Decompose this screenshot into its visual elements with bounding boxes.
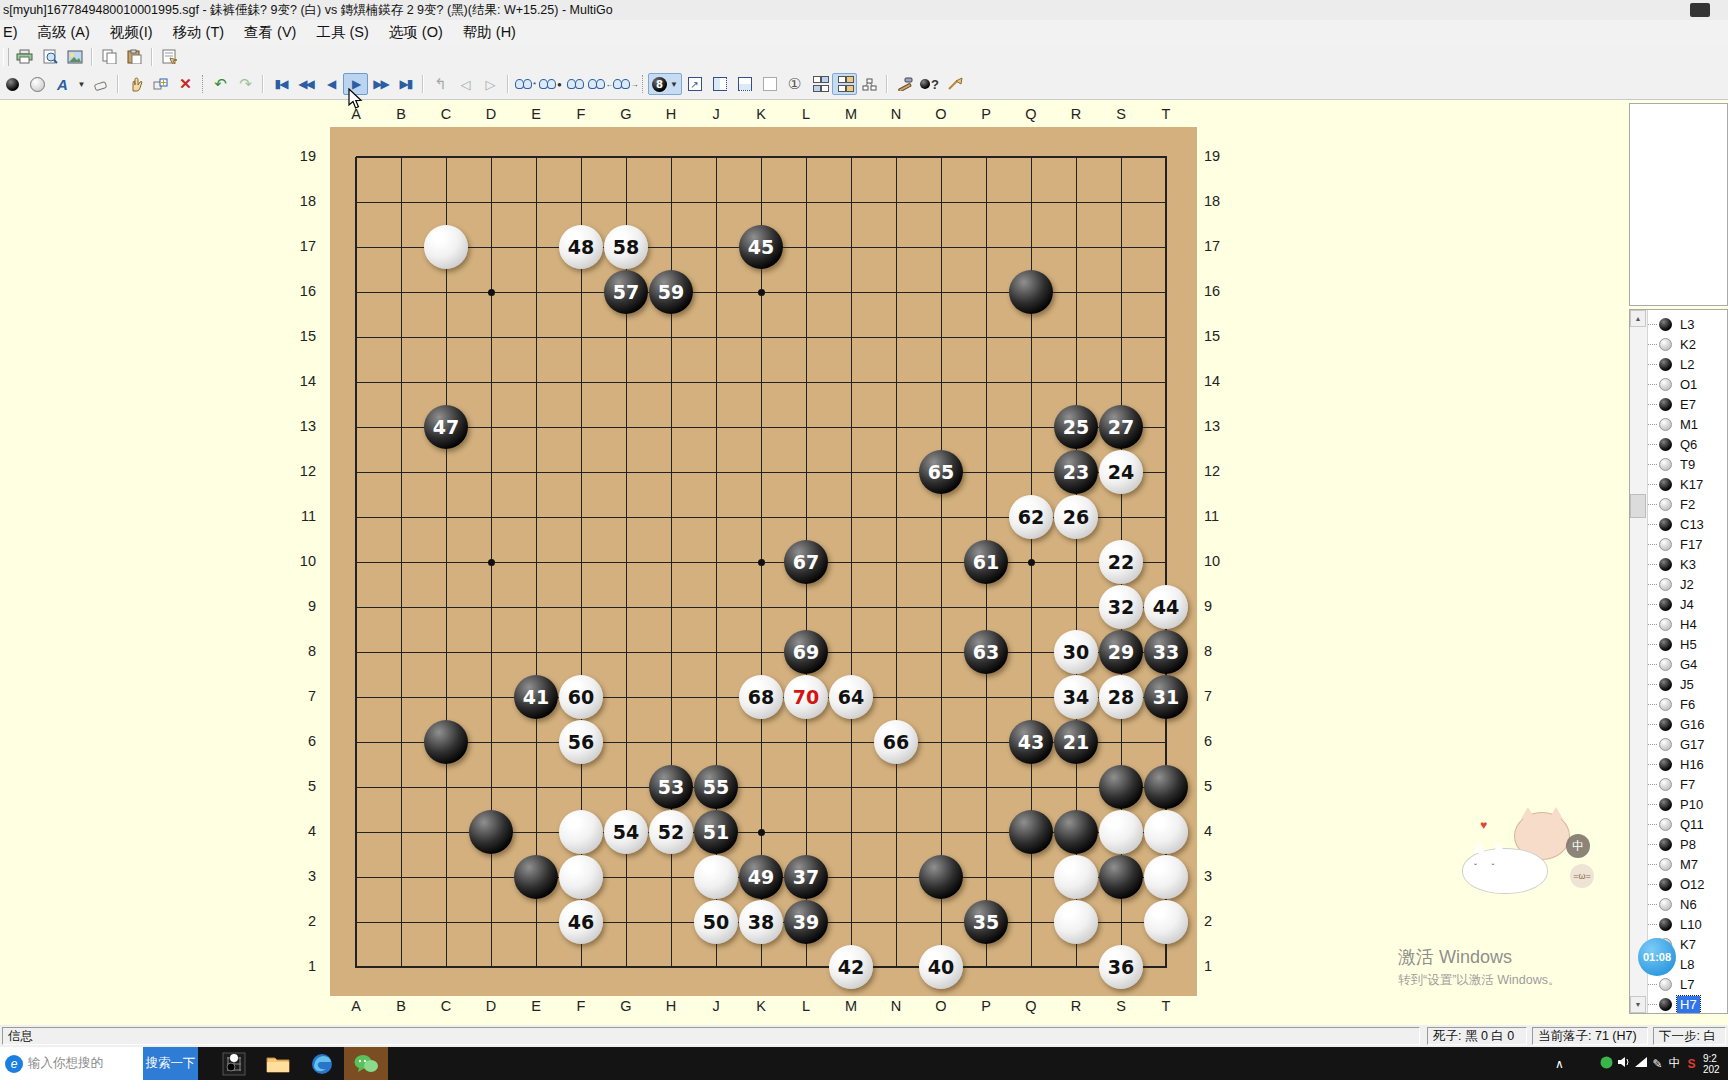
stone-black-K3[interactable]: 49 <box>739 855 783 899</box>
move-list-item-43[interactable]: Q6 <box>1648 434 1728 454</box>
coord-label: D <box>479 998 503 1014</box>
jump-to-move-icon[interactable]: ↗ <box>682 73 707 95</box>
black-stone-icon <box>1659 638 1672 651</box>
fast-rewind-icon[interactable]: ◀◀ <box>293 73 318 95</box>
go-board-grid[interactable]: 4858455759472527652324622667612232446963… <box>356 157 1167 968</box>
window-controls-partial[interactable] <box>1690 3 1710 17</box>
move-coord-label: O1 <box>1677 376 1700 393</box>
export-image-icon[interactable] <box>62 46 87 68</box>
move-list-item-61[interactable]: P10 <box>1648 794 1728 814</box>
activate-windows-watermark: 激活 Windows <box>1398 945 1512 969</box>
copy-icon[interactable] <box>97 46 122 68</box>
coord-label: 9 <box>1204 598 1232 614</box>
stone-white-R11[interactable]: 26 <box>1054 495 1098 539</box>
move-list-item-51[interactable]: J4 <box>1648 594 1728 614</box>
stone-black-Q16[interactable] <box>1009 270 1053 314</box>
find-marker-icon[interactable]: ● <box>538 73 563 95</box>
move-number-8-toggle[interactable]: 8▼ <box>648 73 682 95</box>
coord-label: 6 <box>288 733 316 749</box>
scroll-up-icon[interactable]: ▲ <box>1630 310 1646 327</box>
move-coord-label: H4 <box>1677 616 1700 633</box>
move-list-item-57[interactable]: G16 <box>1648 714 1728 734</box>
coord-label: B <box>389 998 413 1014</box>
coord-label: 16 <box>288 283 316 299</box>
black-stone-icon <box>1659 718 1672 731</box>
tree-connector <box>1648 704 1657 705</box>
menu-item-7[interactable]: 帮助 (H) <box>453 20 526 44</box>
stone-white-R7[interactable]: 34 <box>1054 675 1098 719</box>
coord-label: 3 <box>1204 868 1232 884</box>
eraser-icon[interactable] <box>88 73 113 95</box>
stone-black-O12[interactable]: 65 <box>919 450 963 494</box>
stone-white-S7[interactable]: 28 <box>1099 675 1143 719</box>
tree-connector <box>1648 844 1657 845</box>
stone-black-H16[interactable]: 59 <box>649 270 693 314</box>
coord-label: O <box>929 998 953 1014</box>
stone-white-G17[interactable]: 58 <box>604 225 648 269</box>
stone-white-T9[interactable]: 44 <box>1144 585 1188 629</box>
move-list-item-65[interactable]: O12 <box>1648 874 1728 894</box>
black-stone-icon <box>1659 798 1672 811</box>
half-board-horizontal-icon[interactable] <box>732 73 757 95</box>
tree-connector <box>1648 464 1657 465</box>
stone-black-D4[interactable] <box>469 810 513 854</box>
taskbar-explorer-icon[interactable] <box>256 1047 300 1080</box>
move-coord-label: J2 <box>1677 576 1697 593</box>
move-list-item-55[interactable]: J5 <box>1648 674 1728 694</box>
move-list-item-40[interactable]: O1 <box>1648 374 1728 394</box>
move-coord-label: H7 <box>1677 996 1700 1013</box>
move-list-item-48[interactable]: F17 <box>1648 534 1728 554</box>
stone-black-O3[interactable] <box>919 855 963 899</box>
white-stone-icon <box>1659 498 1672 511</box>
stone-black-R13[interactable]: 25 <box>1054 405 1098 449</box>
move-list-item-62[interactable]: Q11 <box>1648 814 1728 834</box>
move-list-item-39[interactable]: L2 <box>1648 354 1728 374</box>
white-stone-icon <box>1659 978 1672 991</box>
number-1-display-icon[interactable]: ① <box>782 73 807 95</box>
stone-white-K7[interactable]: 68 <box>739 675 783 719</box>
move-list-item-46[interactable]: F2 <box>1648 494 1728 514</box>
move-list-item-38[interactable]: K2 <box>1648 334 1728 354</box>
coord-label: 15 <box>1204 328 1232 344</box>
goto-last-icon[interactable]: ▶▮ <box>393 73 418 95</box>
menu-item-3[interactable]: 移动 (T) <box>163 20 235 44</box>
coord-label: J <box>704 106 728 122</box>
stone-black-J4[interactable]: 51 <box>694 810 738 854</box>
coord-label: 18 <box>288 193 316 209</box>
move-list-item-45[interactable]: K17 <box>1648 474 1728 494</box>
move-coord-label: H16 <box>1677 756 1707 773</box>
move-coord-label: C13 <box>1677 516 1707 533</box>
stone-black-H5[interactable]: 53 <box>649 765 693 809</box>
tree-connector <box>1648 344 1657 345</box>
tree-connector <box>1648 804 1657 805</box>
properties-icon[interactable] <box>157 46 182 68</box>
move-list-item-58[interactable]: G17 <box>1648 734 1728 754</box>
move-coord-label: E7 <box>1677 396 1699 413</box>
move-list-scrollbar[interactable]: ▲ ▼ <box>1630 310 1648 1013</box>
taskbar-search-input[interactable]: e 输入你想搜的 <box>0 1047 143 1080</box>
move-list-item-64[interactable]: M7 <box>1648 854 1728 874</box>
black-stone-icon <box>1659 678 1672 691</box>
move-list-item-41[interactable]: E7 <box>1648 394 1728 414</box>
tree-connector <box>1648 564 1657 565</box>
black-stone-icon <box>1659 438 1672 451</box>
coord-label: E <box>524 998 548 1014</box>
move-list-item-47[interactable]: C13 <box>1648 514 1728 534</box>
stone-black-T7[interactable]: 31 <box>1144 675 1188 719</box>
coord-label: 2 <box>1204 913 1232 929</box>
move-list-item-63[interactable]: P8 <box>1648 834 1728 854</box>
move-coord-label: M1 <box>1677 416 1701 433</box>
label-A-tool[interactable]: A <box>50 73 75 95</box>
next-variation-icon[interactable]: ▷ <box>478 73 503 95</box>
move-list-item-59[interactable]: H16 <box>1648 754 1728 774</box>
menu-item-6[interactable]: 选项 (O) <box>379 20 453 44</box>
move-list-item-50[interactable]: J2 <box>1648 574 1728 594</box>
stone-black-P10[interactable]: 61 <box>964 540 1008 584</box>
coord-label: 7 <box>288 688 316 704</box>
stone-white-S4[interactable] <box>1099 810 1143 854</box>
coord-label: 17 <box>288 238 316 254</box>
stone-black-S13[interactable]: 27 <box>1099 405 1143 449</box>
mouse-cursor <box>348 88 364 114</box>
stone-white-Q11[interactable]: 62 <box>1009 495 1053 539</box>
coord-label: S <box>1109 998 1133 1014</box>
title-bar[interactable]: s[myuh]1677849480010001995.sgf - 銇裤倕銇? 9… <box>0 0 1728 20</box>
tree-connector <box>1648 664 1657 665</box>
tree-connector <box>1648 404 1657 405</box>
move-list-item-70[interactable]: L7 <box>1648 974 1728 994</box>
stone-white-G4[interactable]: 54 <box>604 810 648 854</box>
move-coord-label: F2 <box>1677 496 1698 513</box>
menu-item-2[interactable]: 视频(I) <box>100 20 163 44</box>
clean-board-icon[interactable] <box>942 73 967 95</box>
move-coord-label: G16 <box>1677 716 1708 733</box>
taskbar-edge-icon[interactable] <box>300 1047 344 1080</box>
stone-black-J5[interactable]: 55 <box>694 765 738 809</box>
stone-white-F3[interactable] <box>559 855 603 899</box>
move-list-item-37[interactable]: L3 <box>1648 314 1728 334</box>
stone-white-J2[interactable]: 50 <box>694 900 738 944</box>
tree-layout-icon[interactable] <box>857 73 882 95</box>
menu-bar: E)高级 (A)视频(I)移动 (T)查看 (V)工具 (S)选项 (O)帮助 … <box>0 20 1728 45</box>
delete-node-icon[interactable]: ✕ <box>173 73 198 95</box>
star-point <box>758 829 765 836</box>
move-coord-label: F6 <box>1677 696 1698 713</box>
search-go-button[interactable]: 搜索一下 <box>143 1047 198 1080</box>
stone-white-K2[interactable]: 38 <box>739 900 783 944</box>
move-list-item-52[interactable]: H4 <box>1648 614 1728 634</box>
find-forward-icon[interactable]: → <box>613 73 638 95</box>
coord-label: 5 <box>1204 778 1232 794</box>
white-stone-icon <box>1659 618 1672 631</box>
black-stone-tool[interactable] <box>0 73 25 95</box>
move-coord-label: Q6 <box>1677 436 1700 453</box>
coord-label: F <box>569 106 593 122</box>
cat-sticker: ♥ ˇ ˇ 中 =ω= <box>1462 806 1602 901</box>
stone-white-H4[interactable]: 52 <box>649 810 693 854</box>
move-coord-label: J4 <box>1677 596 1697 613</box>
white-stone-icon <box>1659 418 1672 431</box>
tree-connector <box>1648 324 1657 325</box>
nav-forward-icon[interactable]: ↷ <box>233 73 258 95</box>
black-stone-icon <box>1659 478 1672 491</box>
grid-line-h <box>356 607 1167 608</box>
stone-white-R2[interactable] <box>1054 900 1098 944</box>
tree-connector <box>1648 484 1657 485</box>
tree-connector <box>1648 824 1657 825</box>
move-coord-label: Q11 <box>1677 816 1707 833</box>
coord-label: S <box>1109 106 1133 122</box>
hand-tool-icon[interactable] <box>123 73 148 95</box>
move-coord-label: F7 <box>1677 776 1698 793</box>
toolbar-standard <box>0 44 1728 70</box>
setup-position-icon[interactable] <box>148 73 173 95</box>
tray-chevron-icon[interactable]: ∧ <box>1551 1057 1568 1071</box>
find-comment-icon[interactable]: * <box>513 73 538 95</box>
grid-line-h <box>356 787 1167 788</box>
stone-white-T3[interactable] <box>1144 855 1188 899</box>
move-list-item-71[interactable]: H7 <box>1648 994 1728 1014</box>
move-list-item-60[interactable]: F7 <box>1648 774 1728 794</box>
tray-speaker-icon[interactable] <box>1615 1056 1632 1071</box>
tree-list-toggle[interactable] <box>832 73 857 95</box>
tray-input-method[interactable]: 中 <box>1666 1055 1683 1072</box>
tree-view-icon[interactable] <box>807 73 832 95</box>
goto-first-icon[interactable]: ▮◀ <box>268 73 293 95</box>
multigo-window: s[myuh]1677849480010001995.sgf - 銇裤倕銇? 9… <box>0 0 1728 1080</box>
tray-green-icon[interactable] <box>1598 1056 1615 1072</box>
coord-label: C <box>434 106 458 122</box>
move-list-item-44[interactable]: T9 <box>1648 454 1728 474</box>
stone-white-S9[interactable]: 32 <box>1099 585 1143 629</box>
stone-black-C6[interactable] <box>424 720 468 764</box>
stone-black-R12[interactable]: 23 <box>1054 450 1098 494</box>
stone-black-Q6[interactable]: 43 <box>1009 720 1053 764</box>
label-dropdown-icon[interactable]: ▼ <box>75 73 88 95</box>
coord-label: Q <box>1019 998 1043 1014</box>
stone-white-T4[interactable] <box>1144 810 1188 854</box>
move-coord-label: P8 <box>1677 836 1699 853</box>
white-stone-icon <box>1659 658 1672 671</box>
move-list-item-49[interactable]: K3 <box>1648 554 1728 574</box>
move-list-item-42[interactable]: M1 <box>1648 414 1728 434</box>
taskbar-multigo-icon[interactable] <box>212 1047 256 1080</box>
menu-item-4[interactable]: 查看 (V) <box>234 20 306 44</box>
move-list-item-56[interactable]: F6 <box>1648 694 1728 714</box>
stone-white-T2[interactable] <box>1144 900 1188 944</box>
stone-black-C13[interactable]: 47 <box>424 405 468 449</box>
coord-label: G <box>614 106 638 122</box>
stone-white-F2[interactable]: 46 <box>559 900 603 944</box>
coord-label: T <box>1154 998 1178 1014</box>
print-icon[interactable] <box>12 46 37 68</box>
coord-label: 4 <box>288 823 316 839</box>
stone-black-S8[interactable]: 29 <box>1099 630 1143 674</box>
stone-black-P2[interactable]: 35 <box>964 900 1008 944</box>
star-point <box>758 289 765 296</box>
stone-white-F4[interactable] <box>559 810 603 854</box>
taskbar-wechat-icon[interactable] <box>344 1047 388 1080</box>
stone-black-Q4[interactable] <box>1009 810 1053 854</box>
status-dead-stones: 死子: 黑 0 白 0 <box>1427 1027 1527 1045</box>
move-list-item-54[interactable]: G4 <box>1648 654 1728 674</box>
stone-black-S3[interactable] <box>1099 855 1143 899</box>
stone-black-K17[interactable]: 45 <box>739 225 783 269</box>
prev-move-icon[interactable]: ◀ <box>318 73 343 95</box>
stone-white-O1[interactable]: 40 <box>919 945 963 989</box>
coord-label: K <box>749 106 773 122</box>
tree-connector <box>1648 1004 1657 1005</box>
voice-call-timer-badge[interactable]: 01:08 <box>1638 938 1676 976</box>
tray-network-icon[interactable] <box>1632 1056 1649 1071</box>
nav-back-icon[interactable]: ↶ <box>208 73 233 95</box>
move-coord-label: L3 <box>1677 316 1697 333</box>
tree-connector <box>1648 744 1657 745</box>
black-stone-icon <box>1659 998 1672 1011</box>
move-list-item-66[interactable]: N6 <box>1648 894 1728 914</box>
status-bar: 信息 死子: 黑 0 白 0 当前落子: 71 (H7) 下一步: 白 <box>0 1025 1728 1047</box>
white-stone-icon <box>1659 818 1672 831</box>
coord-label: A <box>344 998 368 1014</box>
move-coord-label: G4 <box>1677 656 1700 673</box>
menu-item-5[interactable]: 工具 (S) <box>306 20 378 44</box>
cat-face-eyes: ˇ ˇ <box>1474 862 1504 872</box>
stone-black-L2[interactable]: 39 <box>784 900 828 944</box>
tree-connector <box>1648 724 1657 725</box>
stone-black-E3[interactable] <box>514 855 558 899</box>
tools-options-icon[interactable] <box>892 73 917 95</box>
move-coord-label: L10 <box>1677 916 1705 933</box>
up-to-parent-icon[interactable]: ↰ <box>428 73 453 95</box>
white-stone-icon <box>1659 338 1672 351</box>
move-coord-label: L7 <box>1677 976 1697 993</box>
menu-item-1[interactable]: 高级 (A) <box>28 20 100 44</box>
stone-black-T5[interactable] <box>1144 765 1188 809</box>
white-stone-tool[interactable] <box>25 73 50 95</box>
white-stone-icon <box>1659 738 1672 751</box>
half-board-vertical-icon[interactable] <box>707 73 732 95</box>
stone-black-E7[interactable]: 41 <box>514 675 558 719</box>
stone-black-G16[interactable]: 57 <box>604 270 648 314</box>
stone-black-L3[interactable]: 37 <box>784 855 828 899</box>
scroll-down-icon[interactable]: ▼ <box>1630 996 1646 1013</box>
paste-icon[interactable] <box>122 46 147 68</box>
stone-white-F6[interactable]: 56 <box>559 720 603 764</box>
stone-black-P8[interactable]: 63 <box>964 630 1008 674</box>
move-list-item-67[interactable]: L10 <box>1648 914 1728 934</box>
game-tree-panel[interactable] <box>1629 103 1728 306</box>
tree-connector <box>1648 424 1657 425</box>
coord-label: 19 <box>288 148 316 164</box>
print-preview-icon[interactable] <box>37 46 62 68</box>
prev-variation-icon[interactable]: ◁ <box>453 73 478 95</box>
stone-black-T8[interactable]: 33 <box>1144 630 1188 674</box>
stone-white-S1[interactable]: 36 <box>1099 945 1143 989</box>
black-stone-icon <box>6 78 19 91</box>
coord-label: 1 <box>1204 958 1232 974</box>
coord-label: M <box>839 998 863 1014</box>
stone-white-J3[interactable] <box>694 855 738 899</box>
coord-label: N <box>884 106 908 122</box>
coord-label: K <box>749 998 773 1014</box>
coord-label: 2 <box>288 913 316 929</box>
move-coord-label: G17 <box>1677 736 1708 753</box>
stone-white-C17[interactable] <box>424 225 468 269</box>
move-list-item-53[interactable]: H5 <box>1648 634 1728 654</box>
find-backward-icon[interactable]: ← <box>588 73 613 95</box>
stone-white-N6[interactable]: 66 <box>874 720 918 764</box>
coord-label: 13 <box>288 418 316 434</box>
tree-connector <box>1648 924 1657 925</box>
stone-black-S5[interactable] <box>1099 765 1143 809</box>
stone-black-R6[interactable]: 21 <box>1054 720 1098 764</box>
tree-connector <box>1648 764 1657 765</box>
coord-label: 11 <box>1204 508 1232 524</box>
stone-white-M7[interactable]: 64 <box>829 675 873 719</box>
stone-black-L10[interactable]: 67 <box>784 540 828 584</box>
full-board-icon[interactable] <box>757 73 782 95</box>
coord-label: L <box>794 998 818 1014</box>
tree-connector <box>1648 364 1657 365</box>
stone-black-L8[interactable]: 69 <box>784 630 828 674</box>
tree-connector <box>1648 904 1657 905</box>
stone-white-F7[interactable]: 60 <box>559 675 603 719</box>
fast-forward-icon[interactable]: ▶▶ <box>368 73 393 95</box>
black-stone-icon <box>1659 918 1672 931</box>
coord-label: Q <box>1019 106 1043 122</box>
coord-label: 5 <box>288 778 316 794</box>
guess-mode-icon[interactable]: ? <box>917 73 942 95</box>
move-coord-label: K7 <box>1677 936 1699 953</box>
white-stone-icon <box>1659 538 1672 551</box>
stone-white-F17[interactable]: 48 <box>559 225 603 269</box>
find-icon[interactable] <box>563 73 588 95</box>
search-placeholder: 输入你想搜的 <box>28 1055 103 1072</box>
coord-label: D <box>479 106 503 122</box>
stone-white-R3[interactable] <box>1054 855 1098 899</box>
move-coord-label: L8 <box>1677 956 1697 973</box>
tree-connector <box>1648 784 1657 785</box>
go-board[interactable]: 4858455759472527652324622667612232446963… <box>330 127 1197 996</box>
tray-clock[interactable]: 9:2 202 <box>1703 1053 1728 1075</box>
stone-white-S12[interactable]: 24 <box>1099 450 1143 494</box>
status-next-to-play: 下一步: 白 <box>1653 1027 1726 1045</box>
tree-connector <box>1648 864 1657 865</box>
coord-label: 16 <box>1204 283 1232 299</box>
menu-item-0[interactable]: E) <box>0 20 28 44</box>
tray-sogou-icon[interactable]: S <box>1683 1057 1700 1071</box>
coord-label: 19 <box>1204 148 1232 164</box>
black-stone-icon <box>1659 558 1672 571</box>
scrollbar-thumb[interactable] <box>1630 494 1646 518</box>
star-point <box>758 559 765 566</box>
stone-white-S10[interactable]: 22 <box>1099 540 1143 584</box>
stone-black-R4[interactable] <box>1054 810 1098 854</box>
stone-white-L7[interactable]: 70 <box>784 675 828 719</box>
stone-white-R8[interactable]: 30 <box>1054 630 1098 674</box>
coord-label: 14 <box>1204 373 1232 389</box>
stone-white-M1[interactable]: 42 <box>829 945 873 989</box>
tray-pen-icon[interactable]: ✎ <box>1649 1057 1666 1071</box>
coord-label: H <box>659 998 683 1014</box>
coord-label: 13 <box>1204 418 1232 434</box>
black-stone-icon <box>1659 598 1672 611</box>
tree-connector <box>1648 624 1657 625</box>
toolbar-grip[interactable] <box>3 48 9 66</box>
